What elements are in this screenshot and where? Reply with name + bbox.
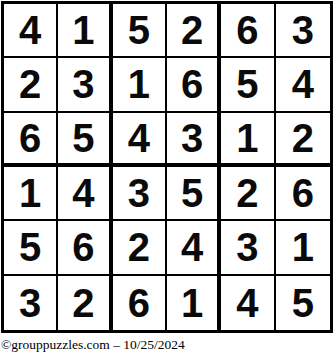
cell-r3c3: 4 — [113, 113, 167, 167]
cell-r5c5: 3 — [221, 221, 275, 275]
cell-r5c3: 2 — [113, 221, 167, 275]
cell-r2c5: 5 — [221, 58, 275, 112]
cell-r2c4: 6 — [167, 58, 221, 112]
cell-r3c4: 3 — [167, 113, 221, 167]
cell-r1c6: 3 — [276, 4, 330, 58]
cell-r3c1: 6 — [4, 113, 58, 167]
cell-r6c2: 2 — [58, 276, 112, 330]
cell-r5c4: 4 — [167, 221, 221, 275]
copyright-footer: ©grouppuzzles.com – 10/25/2024 — [1, 337, 185, 353]
cell-r2c6: 4 — [276, 58, 330, 112]
cell-r4c2: 4 — [58, 167, 112, 221]
cell-r6c4: 1 — [167, 276, 221, 330]
cell-r2c2: 3 — [58, 58, 112, 112]
cell-r4c1: 1 — [4, 167, 58, 221]
cell-r5c2: 6 — [58, 221, 112, 275]
cell-r3c6: 2 — [276, 113, 330, 167]
cell-r5c1: 5 — [4, 221, 58, 275]
cell-r6c3: 6 — [113, 276, 167, 330]
cell-r4c3: 3 — [113, 167, 167, 221]
cell-r5c6: 1 — [276, 221, 330, 275]
sudoku-board: 415263231654654312143526562431326145 — [1, 1, 333, 333]
cell-r2c1: 2 — [4, 58, 58, 112]
cell-r6c6: 5 — [276, 276, 330, 330]
cell-r3c5: 1 — [221, 113, 275, 167]
cell-r4c4: 5 — [167, 167, 221, 221]
cell-r1c1: 4 — [4, 4, 58, 58]
cell-r4c5: 2 — [221, 167, 275, 221]
puzzle-page: 415263231654654312143526562431326145 ©gr… — [0, 0, 335, 357]
cell-r3c2: 5 — [58, 113, 112, 167]
cell-r1c5: 6 — [221, 4, 275, 58]
cell-r6c5: 4 — [221, 276, 275, 330]
cell-r6c1: 3 — [4, 276, 58, 330]
cell-r1c4: 2 — [167, 4, 221, 58]
cell-r1c2: 1 — [58, 4, 112, 58]
cell-r4c6: 6 — [276, 167, 330, 221]
cell-r2c3: 1 — [113, 58, 167, 112]
cell-r1c3: 5 — [113, 4, 167, 58]
